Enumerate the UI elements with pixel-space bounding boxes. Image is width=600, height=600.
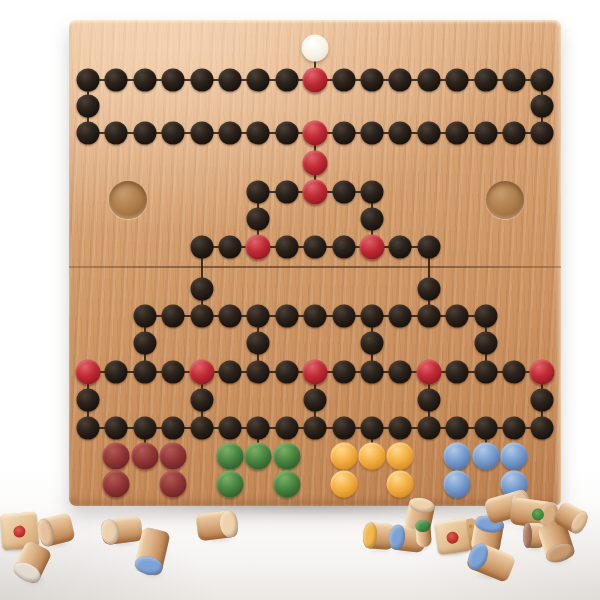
board-hole[interactable] xyxy=(77,69,100,92)
board-hole[interactable] xyxy=(446,69,469,92)
barricade-peg[interactable] xyxy=(303,68,328,93)
board-hole[interactable] xyxy=(446,361,469,384)
board-hole[interactable] xyxy=(162,361,185,384)
board-fold-seam xyxy=(69,266,561,268)
board-hole[interactable] xyxy=(133,417,156,440)
board-hole[interactable] xyxy=(531,69,554,92)
board-hole[interactable] xyxy=(190,278,213,301)
board-hole[interactable] xyxy=(247,69,270,92)
board-hole[interactable] xyxy=(247,332,270,355)
board-hole[interactable] xyxy=(361,417,384,440)
board-hole[interactable] xyxy=(304,389,327,412)
green-home-peg[interactable] xyxy=(273,471,300,498)
board-hole[interactable] xyxy=(105,417,128,440)
die-pip xyxy=(469,524,474,529)
board-hole[interactable] xyxy=(531,417,554,440)
board-hole[interactable] xyxy=(247,361,270,384)
board-hole[interactable] xyxy=(190,417,213,440)
board-hole[interactable] xyxy=(417,69,440,92)
scene xyxy=(0,0,600,600)
red-home-peg[interactable] xyxy=(103,443,130,470)
blue-home-peg[interactable] xyxy=(444,443,471,470)
board-hole[interactable] xyxy=(77,122,100,145)
board-hole[interactable] xyxy=(275,122,298,145)
board-hole[interactable] xyxy=(275,69,298,92)
board-hole[interactable] xyxy=(133,69,156,92)
goal-peg[interactable] xyxy=(302,35,329,62)
board-hole[interactable] xyxy=(304,417,327,440)
board-hole[interactable] xyxy=(247,417,270,440)
board-hole[interactable] xyxy=(105,361,128,384)
board-hole[interactable] xyxy=(474,417,497,440)
board-hole[interactable] xyxy=(133,122,156,145)
board-hole[interactable] xyxy=(133,361,156,384)
barricade-peg[interactable] xyxy=(303,180,328,205)
board-hole[interactable] xyxy=(275,361,298,384)
board-hole[interactable] xyxy=(474,361,497,384)
yellow-home-peg[interactable] xyxy=(387,443,414,470)
die-pip xyxy=(446,530,460,544)
board-hole[interactable] xyxy=(361,181,384,204)
board-hole[interactable] xyxy=(389,305,412,328)
board-hole[interactable] xyxy=(361,69,384,92)
board-hole[interactable] xyxy=(417,305,440,328)
board-hole[interactable] xyxy=(304,236,327,259)
board-hole[interactable] xyxy=(503,361,526,384)
board-hole[interactable] xyxy=(446,305,469,328)
board-hole[interactable] xyxy=(474,332,497,355)
wooden-pawn xyxy=(196,510,239,542)
board-hole[interactable] xyxy=(332,236,355,259)
board-hole[interactable] xyxy=(503,417,526,440)
board-hole[interactable] xyxy=(304,305,327,328)
board-hole[interactable] xyxy=(474,305,497,328)
wooden-pawn xyxy=(101,516,144,546)
board-hole[interactable] xyxy=(219,305,242,328)
board-hole[interactable] xyxy=(361,361,384,384)
board-hole[interactable] xyxy=(247,122,270,145)
board-hole[interactable] xyxy=(105,122,128,145)
board-hole[interactable] xyxy=(162,69,185,92)
board-hole[interactable] xyxy=(133,305,156,328)
blue-home-peg[interactable] xyxy=(501,443,528,470)
board-hole[interactable] xyxy=(474,69,497,92)
barricade-peg[interactable] xyxy=(360,235,385,260)
die-pip xyxy=(12,525,25,538)
board-hole[interactable] xyxy=(361,122,384,145)
board-hole[interactable] xyxy=(531,389,554,412)
pawn-end-face xyxy=(388,524,407,551)
board-hole[interactable] xyxy=(275,305,298,328)
barricade-peg[interactable] xyxy=(246,235,271,260)
blue-home-peg[interactable] xyxy=(444,471,471,498)
yellow-home-peg[interactable] xyxy=(330,443,357,470)
board-hole[interactable] xyxy=(162,417,185,440)
board-hole[interactable] xyxy=(417,417,440,440)
blue-home-peg[interactable] xyxy=(472,443,499,470)
board-hole[interactable] xyxy=(389,236,412,259)
board-hole[interactable] xyxy=(389,361,412,384)
barricade-peg[interactable] xyxy=(189,360,214,385)
board-hole[interactable] xyxy=(417,389,440,412)
board-hole[interactable] xyxy=(247,181,270,204)
board-hole[interactable] xyxy=(162,305,185,328)
yellow-home-peg[interactable] xyxy=(359,443,386,470)
board-hole[interactable] xyxy=(219,417,242,440)
barricade-board xyxy=(69,20,561,506)
board-hole[interactable] xyxy=(389,69,412,92)
red-home-peg[interactable] xyxy=(160,471,187,498)
board-hole[interactable] xyxy=(417,236,440,259)
board-hole[interactable] xyxy=(332,305,355,328)
board-hole[interactable] xyxy=(503,69,526,92)
barricade-peg[interactable] xyxy=(303,360,328,385)
board-hole[interactable] xyxy=(247,208,270,231)
board-hole[interactable] xyxy=(389,417,412,440)
board-hole[interactable] xyxy=(332,122,355,145)
finger-hole xyxy=(109,181,147,219)
barricade-peg[interactable] xyxy=(76,360,101,385)
board-hole[interactable] xyxy=(275,181,298,204)
red-home-peg[interactable] xyxy=(160,443,187,470)
board-hole[interactable] xyxy=(133,332,156,355)
green-pawn xyxy=(415,521,432,548)
board-hole[interactable] xyxy=(190,305,213,328)
green-home-peg[interactable] xyxy=(245,443,272,470)
board-hole[interactable] xyxy=(474,122,497,145)
yellow-home-peg[interactable] xyxy=(330,471,357,498)
board-hole[interactable] xyxy=(332,69,355,92)
pawn-end-face xyxy=(415,520,431,533)
board-hole[interactable] xyxy=(531,95,554,118)
board-hole[interactable] xyxy=(77,417,100,440)
board-hole[interactable] xyxy=(417,122,440,145)
board-hole[interactable] xyxy=(190,389,213,412)
board-hole[interactable] xyxy=(332,181,355,204)
pawn-end-face xyxy=(362,522,377,549)
board-hole[interactable] xyxy=(446,122,469,145)
board-hole[interactable] xyxy=(361,305,384,328)
board-hole[interactable] xyxy=(219,122,242,145)
yellow-home-peg[interactable] xyxy=(387,471,414,498)
green-home-peg[interactable] xyxy=(217,471,244,498)
board-hole[interactable] xyxy=(332,417,355,440)
barricade-peg[interactable] xyxy=(303,151,328,176)
board-hole[interactable] xyxy=(275,417,298,440)
barricade-peg[interactable] xyxy=(303,121,328,146)
board-hole[interactable] xyxy=(219,236,242,259)
board-hole[interactable] xyxy=(247,305,270,328)
finger-hole xyxy=(486,181,524,219)
barricade-peg[interactable] xyxy=(530,360,555,385)
board-hole[interactable] xyxy=(389,122,412,145)
red-home-peg[interactable] xyxy=(131,443,158,470)
board-hole[interactable] xyxy=(77,389,100,412)
board-hole[interactable] xyxy=(219,69,242,92)
red-home-peg[interactable] xyxy=(103,471,130,498)
board-hole[interactable] xyxy=(531,122,554,145)
board-hole[interactable] xyxy=(190,236,213,259)
green-home-peg[interactable] xyxy=(217,443,244,470)
board-hole[interactable] xyxy=(162,122,185,145)
board-hole[interactable] xyxy=(190,122,213,145)
board-hole[interactable] xyxy=(77,95,100,118)
board-hole[interactable] xyxy=(275,236,298,259)
green-home-peg[interactable] xyxy=(273,443,300,470)
board-hole[interactable] xyxy=(417,278,440,301)
barricade-peg[interactable] xyxy=(416,360,441,385)
board-hole[interactable] xyxy=(361,208,384,231)
board-hole[interactable] xyxy=(105,69,128,92)
board-hole[interactable] xyxy=(446,417,469,440)
pawn-end-face xyxy=(523,523,532,548)
board-hole[interactable] xyxy=(332,361,355,384)
board-hole[interactable] xyxy=(190,69,213,92)
board-hole[interactable] xyxy=(503,122,526,145)
board-hole[interactable] xyxy=(219,361,242,384)
wooden-die xyxy=(434,518,472,555)
board-hole[interactable] xyxy=(361,332,384,355)
